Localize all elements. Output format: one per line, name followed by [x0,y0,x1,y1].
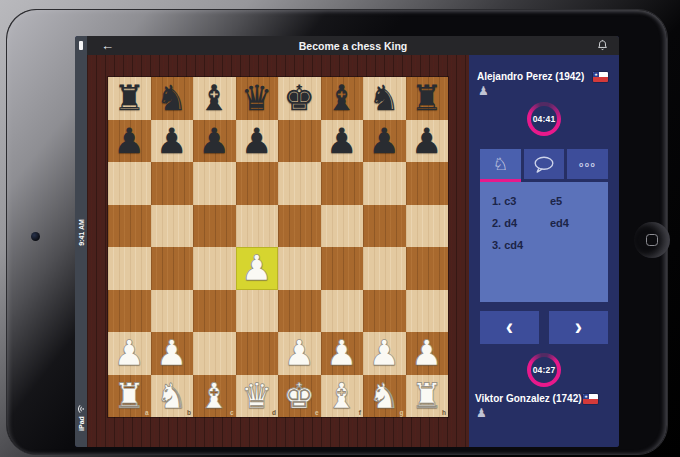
flag-red-band [583,399,598,404]
white-pawn[interactable]: ♟ [236,247,279,290]
black-queen[interactable]: ♛ [236,77,279,120]
square-d1[interactable]: ♛d [236,375,279,418]
square-d8[interactable]: ♛ [236,77,279,120]
home-square-icon [646,234,658,246]
square-c2[interactable] [193,332,236,375]
status-device-label: iPad [78,395,85,441]
square-f4[interactable] [321,247,364,290]
square-h4[interactable] [406,247,449,290]
square-g1[interactable]: ♞g [363,375,406,418]
status-time: 9:41 AM [78,203,85,263]
move-white-1[interactable]: 1. c3 [492,195,550,207]
square-b6[interactable] [151,162,194,205]
square-h1[interactable]: ♜h [406,375,449,418]
square-a3[interactable] [108,290,151,333]
square-c7[interactable]: ♟ [193,120,236,163]
white-pawn[interactable]: ♟ [363,332,406,375]
file-label-g: g [400,409,404,416]
move-white-3[interactable]: 3. cd4 [492,239,550,251]
clock-top: 04:41 [527,102,561,136]
square-f6[interactable] [321,162,364,205]
battery-icon [79,41,83,50]
next-chevron-icon: › [575,308,582,344]
square-b8[interactable]: ♞ [151,77,194,120]
square-g3[interactable] [363,290,406,333]
square-g4[interactable] [363,247,406,290]
square-e4[interactable] [278,247,321,290]
flag-red-band [593,77,608,82]
knight-icon: ♘ [493,156,508,173]
next-move-button[interactable]: › [549,311,608,344]
square-c6[interactable] [193,162,236,205]
square-a8[interactable]: ♜ [108,77,151,120]
black-rook[interactable]: ♜ [108,77,151,120]
prev-move-button[interactable]: ‹ [480,311,539,344]
square-h6[interactable] [406,162,449,205]
clock-bottom-time: 04:27 [531,357,557,383]
square-a5[interactable] [108,205,151,248]
sidebar-tabs: ♘ ooo [480,149,608,179]
square-g5[interactable] [363,205,406,248]
flag-star: ★ [583,394,589,399]
prev-chevron-icon: ‹ [506,308,513,344]
white-bishop[interactable]: ♝ [321,375,364,418]
square-g7[interactable]: ♟ [363,120,406,163]
app-screen: 9:41 AM iPad ← Become a chess King [75,36,619,447]
square-b1[interactable]: ♞b [151,375,194,418]
square-h2[interactable]: ♟ [406,332,449,375]
chat-bubble-icon [532,156,556,173]
move-list[interactable]: 1. c3e52. d4ed43. cd4 [480,182,608,302]
square-g6[interactable] [363,162,406,205]
more-icon: ooo [579,161,596,168]
home-button[interactable] [634,222,670,258]
device-name: iPad [78,416,85,431]
bell-icon[interactable] [596,39,609,52]
black-pawn[interactable]: ♟ [406,120,449,163]
move-black-1[interactable]: e5 [550,195,600,207]
square-a6[interactable] [108,162,151,205]
page-title: Become a chess King [87,40,619,52]
square-f2[interactable]: ♟ [321,332,364,375]
camera-icon [31,232,40,241]
white-pawn[interactable]: ♟ [108,332,151,375]
square-d7[interactable]: ♟ [236,120,279,163]
black-pawn[interactable]: ♟ [108,120,151,163]
square-e5[interactable] [278,205,321,248]
white-pawn[interactable]: ♟ [321,332,364,375]
square-e6[interactable] [278,162,321,205]
square-e3[interactable] [278,290,321,333]
clock-top-time: 04:41 [531,106,557,132]
status-bar: 9:41 AM iPad [75,36,87,447]
tab-chat[interactable] [524,149,565,179]
square-b4[interactable] [151,247,194,290]
square-d5[interactable] [236,205,279,248]
chess-board[interactable]: ♜♞♝♛♚♝♞♜♟♟♟♟♟♟♟♟♟♟♟♟♟♟♜a♞b♝c♛d♚e♝f♞g♜h [108,77,448,417]
square-e2[interactable]: ♟ [278,332,321,375]
pawn-icon: ♟ [478,85,489,97]
square-b7[interactable]: ♟ [151,120,194,163]
square-f8[interactable]: ♝ [321,77,364,120]
file-label-f: f [359,409,361,416]
square-e7[interactable] [278,120,321,163]
black-pawn[interactable]: ♟ [151,120,194,163]
square-d4[interactable]: ♟ [236,247,279,290]
black-knight[interactable]: ♞ [363,77,406,120]
square-a2[interactable]: ♟ [108,332,151,375]
black-rook[interactable]: ♜ [406,77,449,120]
move-row-1: 1. c3e5 [492,190,608,212]
move-row-2: 2. d4ed4 [492,212,608,234]
file-label-h: h [442,409,446,416]
square-h3[interactable] [406,290,449,333]
move-black-2[interactable]: ed4 [550,217,600,229]
clock-bottom: 04:27 [527,353,561,387]
file-label-e: e [315,409,319,416]
square-d2[interactable] [236,332,279,375]
wifi-icon [78,404,85,413]
white-pawn[interactable]: ♟ [151,332,194,375]
file-label-b: b [187,409,191,416]
black-king[interactable]: ♚ [278,77,321,120]
black-bishop[interactable]: ♝ [193,77,236,120]
square-c1[interactable]: ♝c [193,375,236,418]
game-sidebar: Alejandro Perez (1942) ★ ♟ 04:41 ♘ [469,55,619,447]
file-label-a: a [145,409,149,416]
black-pawn[interactable]: ♟ [236,120,279,163]
tab-more[interactable]: ooo [567,149,608,179]
chile-flag-icon: ★ [583,394,598,404]
square-b2[interactable]: ♟ [151,332,194,375]
square-c5[interactable] [193,205,236,248]
square-e8[interactable]: ♚ [278,77,321,120]
square-f7[interactable]: ♟ [321,120,364,163]
square-g8[interactable]: ♞ [363,77,406,120]
chile-flag-icon: ★ [593,72,608,82]
move-row-3: 3. cd4 [492,234,608,256]
tab-moves[interactable]: ♘ [480,149,521,179]
file-label-d: d [272,409,276,416]
black-knight[interactable]: ♞ [151,77,194,120]
move-white-2[interactable]: 2. d4 [492,217,550,229]
pawn-icon: ♟ [476,407,487,419]
square-f3[interactable] [321,290,364,333]
file-label-c: c [230,409,234,416]
square-f1[interactable]: ♝f [321,375,364,418]
square-g2[interactable]: ♟ [363,332,406,375]
white-pawn[interactable]: ♟ [278,332,321,375]
square-a7[interactable]: ♟ [108,120,151,163]
player-top-name: Alejandro Perez (1942) [477,71,584,82]
square-c3[interactable] [193,290,236,333]
square-b3[interactable] [151,290,194,333]
tablet-body: 9:41 AM iPad ← Become a chess King [6,9,668,455]
ipad-mockup: 9:41 AM iPad ← Become a chess King [0,0,680,457]
white-pawn[interactable]: ♟ [406,332,449,375]
square-a1[interactable]: ♜a [108,375,151,418]
square-h7[interactable]: ♟ [406,120,449,163]
black-pawn[interactable]: ♟ [193,120,236,163]
square-a4[interactable] [108,247,151,290]
black-pawn[interactable]: ♟ [363,120,406,163]
square-c8[interactable]: ♝ [193,77,236,120]
square-e1[interactable]: ♚e [278,375,321,418]
top-nav-bar: ← Become a chess King [87,36,619,55]
flag-star: ★ [593,72,599,77]
square-f5[interactable] [321,205,364,248]
move-navigation: ‹ › [480,311,608,344]
square-d3[interactable] [236,290,279,333]
black-pawn[interactable]: ♟ [321,120,364,163]
square-h5[interactable] [406,205,449,248]
black-bishop[interactable]: ♝ [321,77,364,120]
player-bottom-name: Viktor Gonzalez (1742) [475,393,582,404]
square-c4[interactable] [193,247,236,290]
square-h8[interactable]: ♜ [406,77,449,120]
board-frame: ♜♞♝♛♚♝♞♜♟♟♟♟♟♟♟♟♟♟♟♟♟♟♜a♞b♝c♛d♚e♝f♞g♜h [87,55,469,447]
square-b5[interactable] [151,205,194,248]
square-d6[interactable] [236,162,279,205]
